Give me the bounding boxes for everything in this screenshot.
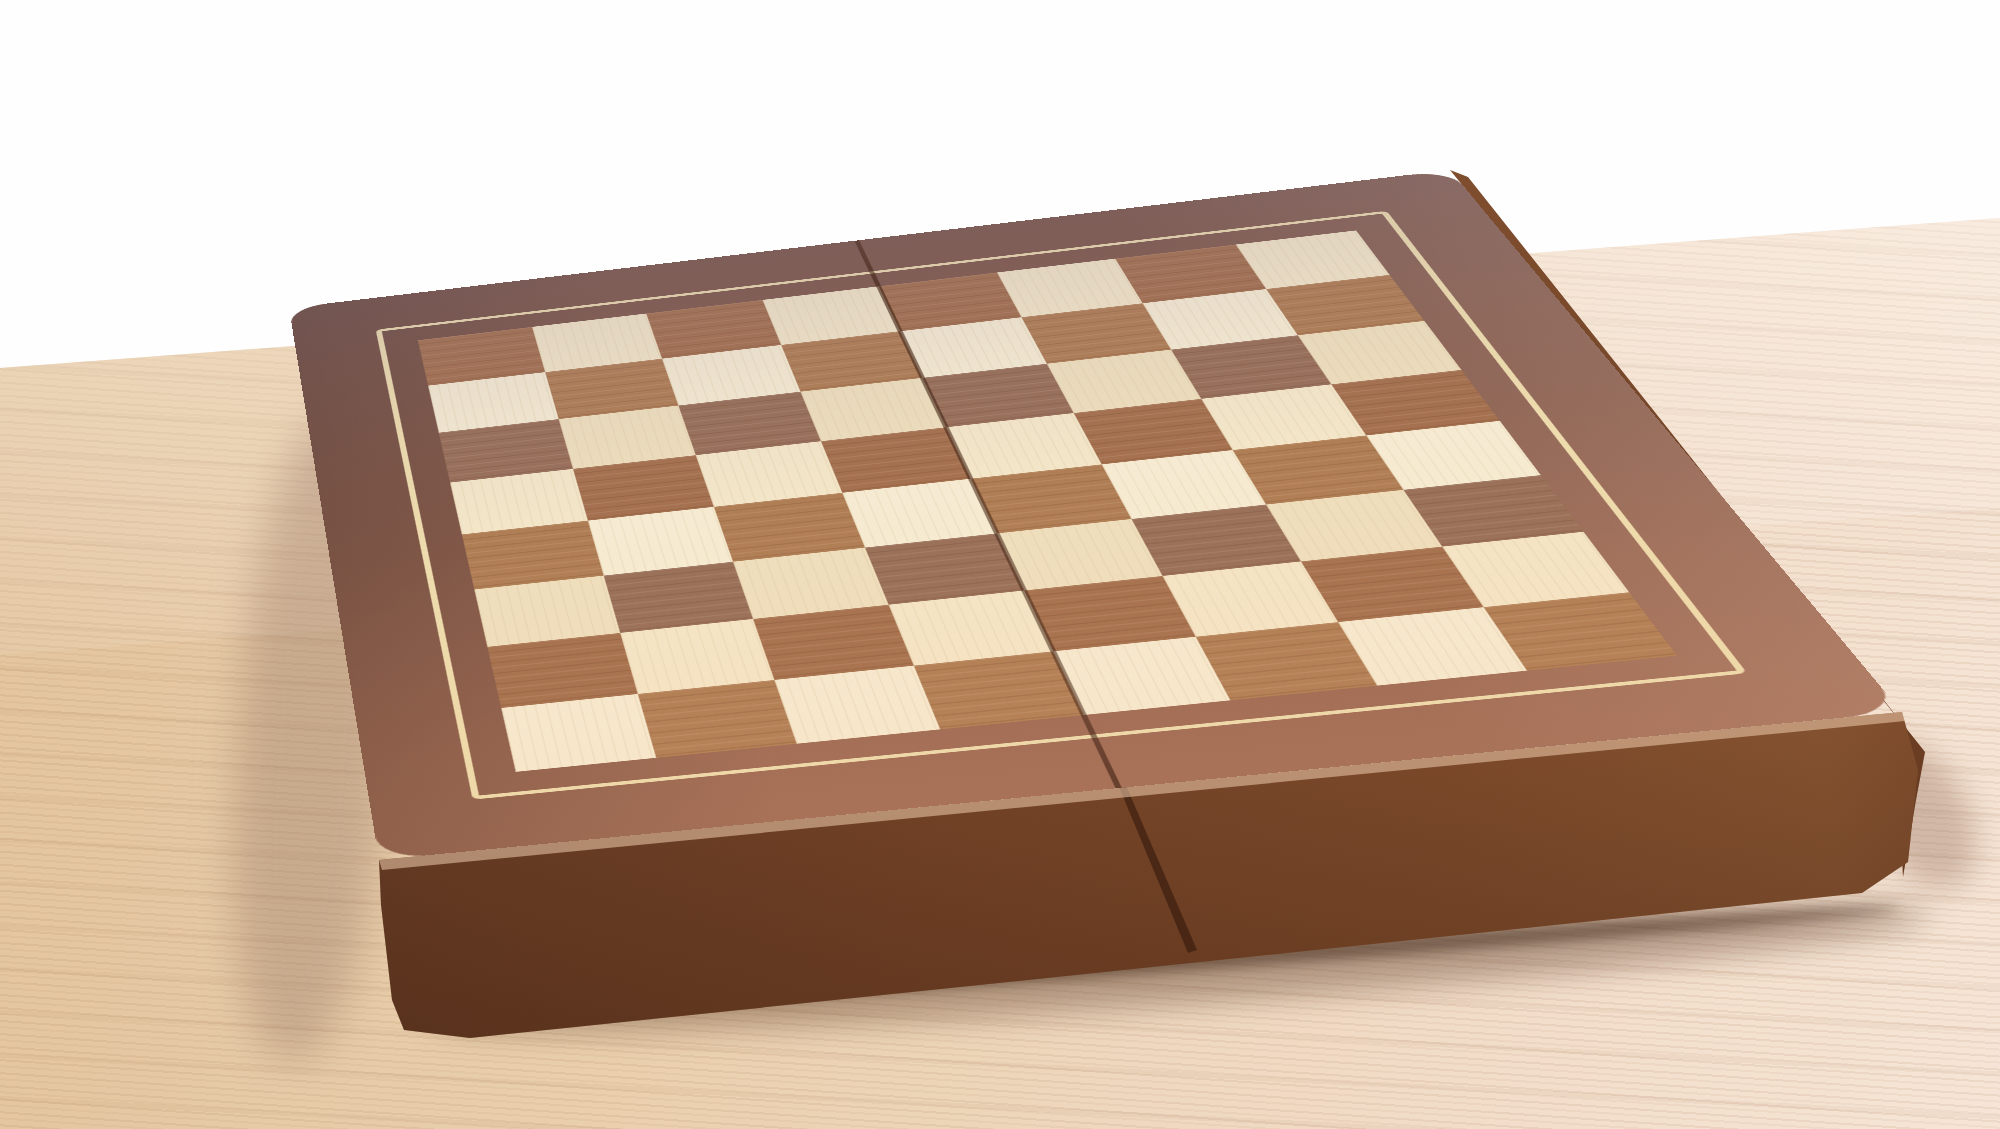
square-a1: [501, 694, 655, 772]
scene: [0, 0, 2000, 1129]
square-b1: [637, 680, 797, 758]
square-c1: [774, 665, 939, 743]
board-squares: [418, 230, 1677, 771]
